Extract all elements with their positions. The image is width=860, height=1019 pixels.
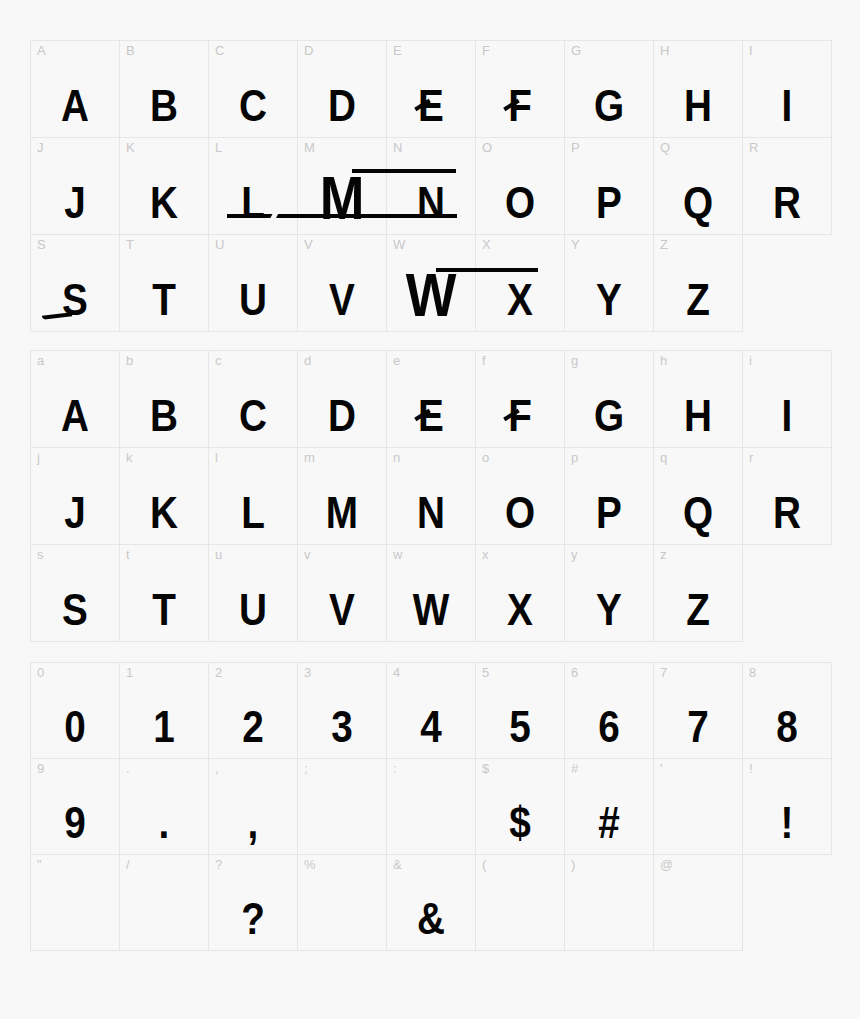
char-cell-,: ,, (209, 759, 298, 855)
cell-label: j (37, 451, 40, 465)
glyph-row: 99..,,;:$$##'!! (30, 759, 832, 855)
char-cell-%: % (298, 855, 387, 951)
glyph: N (392, 181, 469, 225)
glyph: 0 (36, 705, 113, 749)
char-cell-/: / (120, 855, 209, 951)
cell-label: 0 (37, 666, 44, 680)
cell-label: ! (749, 762, 753, 776)
char-cell-5: 55 (476, 663, 565, 759)
glyph: B (125, 394, 202, 438)
glyph: M (303, 491, 380, 535)
char-cell-6: 66 (565, 663, 654, 759)
glyph: Z (659, 588, 736, 632)
cell-label: 1 (126, 666, 133, 680)
char-cell-v: vV (298, 545, 387, 642)
cell-label: A (37, 44, 46, 58)
char-cell-1: 11 (120, 663, 209, 759)
glyph: Z (659, 278, 736, 322)
glyph: R (748, 181, 825, 225)
cell-label: F (482, 44, 490, 58)
glyph: ? (214, 897, 291, 941)
glyph: B (125, 84, 202, 128)
char-cell-B: BB (120, 41, 209, 138)
glyph: V (303, 278, 380, 322)
glyph: G (570, 84, 647, 128)
char-cell-y: yY (565, 545, 654, 642)
glyph: J (36, 491, 113, 535)
cell-label: Z (660, 238, 668, 252)
cell-label: f (482, 354, 486, 368)
char-cell-': ' (654, 759, 743, 855)
glyph: 5 (481, 705, 558, 749)
glyph: # (570, 801, 647, 845)
glyph: P (570, 491, 647, 535)
char-cell-3: 33 (298, 663, 387, 759)
cell-label: ? (215, 858, 222, 872)
char-cell-W: WW (387, 235, 476, 332)
char-cell-l: lL (209, 448, 298, 545)
glyph: 2 (214, 705, 291, 749)
uppercase-block: AABBCCDDEEFFGGHHIIJJKKLLMMNNOOPPQQRRSSTT… (30, 40, 832, 332)
char-cell-q: qQ (654, 448, 743, 545)
glyph: F (481, 84, 558, 128)
cell-label: c (215, 354, 222, 368)
numbers-punctuation-block: 00112233445566778899..,,;:$$##'!!"/??%&&… (30, 662, 832, 951)
cell-label: I (749, 44, 753, 58)
char-cell-f: fF (476, 351, 565, 448)
glyph-row: jJkKlLmMnNoOpPqQrR (30, 448, 832, 545)
cell-label: 7 (660, 666, 667, 680)
cell-label: d (304, 354, 311, 368)
cell-label: " (37, 858, 42, 872)
cell-label: # (571, 762, 578, 776)
char-cell-0: 00 (31, 663, 120, 759)
glyph: D (303, 394, 380, 438)
glyph: , (214, 801, 291, 845)
glyph: A (36, 394, 113, 438)
cell-label: m (304, 451, 315, 465)
glyph: K (125, 491, 202, 535)
cell-label: / (126, 858, 130, 872)
char-cell-i: iI (743, 351, 832, 448)
char-cell-E: EE (387, 41, 476, 138)
glyph: U (214, 278, 291, 322)
cell-label: N (393, 141, 402, 155)
cell-label: n (393, 451, 400, 465)
glyph: U (214, 588, 291, 632)
cell-label: O (482, 141, 492, 155)
glyph: X (481, 278, 558, 322)
cell-label: ; (304, 762, 308, 776)
glyph: & (392, 897, 469, 941)
cell-label: @ (660, 858, 673, 872)
char-cell-#: ## (565, 759, 654, 855)
cell-label: v (304, 548, 311, 562)
cell-label: 6 (571, 666, 578, 680)
char-cell-): ) (565, 855, 654, 951)
cell-label: 9 (37, 762, 44, 776)
lowercase-block: aAbBcCdDeEfFgGhHiIjJkKlLmMnNoOpPqQrRsStT… (30, 350, 832, 642)
char-cell-Y: YY (565, 235, 654, 332)
glyph: ! (748, 801, 825, 845)
char-cell-J: JJ (31, 138, 120, 235)
glyph-row: aAbBcCdDeEfFgGhHiI (30, 350, 832, 448)
cell-label: W (393, 238, 405, 252)
cell-label: T (126, 238, 134, 252)
glyph: $ (481, 801, 558, 845)
glyph: V (303, 588, 380, 632)
char-cell-!: !! (743, 759, 832, 855)
cell-label: p (571, 451, 578, 465)
char-cell-g: gG (565, 351, 654, 448)
ol-right-mark (352, 169, 387, 173)
cell-label: & (393, 858, 402, 872)
cell-label: B (126, 44, 135, 58)
glyph: A (36, 84, 113, 128)
glyph: E (392, 84, 469, 128)
cell-label: D (304, 44, 313, 58)
char-cell-": " (31, 855, 120, 951)
char-cell-P: PP (565, 138, 654, 235)
glyph: Y (570, 588, 647, 632)
glyph: X (481, 588, 558, 632)
glyph-row: sStTuUvVwWxXyYzZ (30, 545, 832, 642)
cell-label: w (393, 548, 402, 562)
char-cell-d: dD (298, 351, 387, 448)
char-cell-x: xX (476, 545, 565, 642)
cell-label: q (660, 451, 667, 465)
char-cell-G: GG (565, 41, 654, 138)
cell-label: x (482, 548, 489, 562)
char-cell-8: 88 (743, 663, 832, 759)
char-cell-a: aA (31, 351, 120, 448)
cell-label: G (571, 44, 581, 58)
glyph: R (748, 491, 825, 535)
cell-label: o (482, 451, 489, 465)
ol-w-mark (436, 268, 476, 272)
cell-label: 3 (304, 666, 311, 680)
char-cell-Q: QQ (654, 138, 743, 235)
cell-label: z (660, 548, 667, 562)
cell-label: h (660, 354, 667, 368)
cell-label: i (749, 354, 752, 368)
cell-label: . (126, 762, 130, 776)
char-cell-H: HH (654, 41, 743, 138)
char-cell-@: @ (654, 855, 743, 951)
char-cell-N: NN (387, 138, 476, 235)
glyph: D (303, 84, 380, 128)
char-cell-c: cC (209, 351, 298, 448)
glyph-row: "/??%&&()@ (30, 855, 832, 951)
char-cell-M: MM (298, 138, 387, 235)
cell-label: K (126, 141, 135, 155)
char-cell-?: ?? (209, 855, 298, 951)
glyph-row: AABBCCDDEEFFGGHHII (30, 40, 832, 138)
char-cell-u: uU (209, 545, 298, 642)
glyph: H (659, 84, 736, 128)
char-cell-h: hH (654, 351, 743, 448)
glyph: L (214, 491, 291, 535)
glyph: 1 (125, 705, 202, 749)
ol-left-mark (386, 169, 456, 173)
char-cell-;: ; (298, 759, 387, 855)
char-cell-I: II (743, 41, 832, 138)
char-cell-s: sS (31, 545, 120, 642)
cell-label: R (749, 141, 758, 155)
cell-label: , (215, 762, 219, 776)
glyph: C (214, 84, 291, 128)
char-cell-L: LL (209, 138, 298, 235)
glyph: K (125, 181, 202, 225)
cell-label: M (304, 141, 315, 155)
glyph: P (570, 181, 647, 225)
cell-label: X (482, 238, 491, 252)
cell-label: ( (482, 858, 486, 872)
cell-label: y (571, 548, 578, 562)
ul-left-mark (386, 214, 457, 218)
glyph: 3 (303, 705, 380, 749)
cell-label: : (393, 762, 397, 776)
glyph-row: JJKKLLMMNNOOPPQQRR (30, 138, 832, 235)
cell-label: J (37, 141, 44, 155)
glyph: I (748, 84, 825, 128)
glyph: M (303, 168, 380, 229)
glyph: I (748, 394, 825, 438)
cell-label: u (215, 548, 222, 562)
cell-label: 8 (749, 666, 756, 680)
char-cell-C: CC (209, 41, 298, 138)
char-cell-V: VV (298, 235, 387, 332)
cell-label: C (215, 44, 224, 58)
char-cell-A: AA (31, 41, 120, 138)
ul-right-mark (227, 214, 298, 218)
cell-label: ) (571, 858, 575, 872)
cell-label: 4 (393, 666, 400, 680)
char-cell-4: 44 (387, 663, 476, 759)
ol-x-mark (475, 268, 538, 272)
cell-label: % (304, 858, 316, 872)
glyph: G (570, 394, 647, 438)
char-cell-2: 22 (209, 663, 298, 759)
glyph: L (214, 181, 291, 225)
glyph: Q (659, 491, 736, 535)
glyph: 9 (36, 801, 113, 845)
cell-label: r (749, 451, 753, 465)
glyph: Y (570, 278, 647, 322)
char-cell-S: SS (31, 235, 120, 332)
char-cell-O: OO (476, 138, 565, 235)
glyph: . (125, 801, 202, 845)
char-cell-b: bB (120, 351, 209, 448)
cell-label: ' (660, 762, 662, 776)
char-cell-&: && (387, 855, 476, 951)
cell-label: E (393, 44, 402, 58)
glyph: E (392, 394, 469, 438)
glyph: 8 (748, 705, 825, 749)
cell-label: k (126, 451, 133, 465)
glyph: N (392, 491, 469, 535)
cell-label: l (215, 451, 218, 465)
glyph: H (659, 394, 736, 438)
char-cell-$: $$ (476, 759, 565, 855)
cell-label: Y (571, 238, 580, 252)
cell-label: H (660, 44, 669, 58)
cell-label: $ (482, 762, 489, 776)
char-cell-n: nN (387, 448, 476, 545)
char-cell-T: TT (120, 235, 209, 332)
char-cell-:: : (387, 759, 476, 855)
char-cell-e: eE (387, 351, 476, 448)
cell-label: Q (660, 141, 670, 155)
glyph: Q (659, 181, 736, 225)
glyph: W (392, 588, 469, 632)
char-cell-o: oO (476, 448, 565, 545)
glyph: 4 (392, 705, 469, 749)
cell-label: V (304, 238, 313, 252)
cell-label: e (393, 354, 400, 368)
glyph: T (125, 588, 202, 632)
char-cell-7: 77 (654, 663, 743, 759)
char-cell-D: DD (298, 41, 387, 138)
char-cell-p: pP (565, 448, 654, 545)
glyph: 6 (570, 705, 647, 749)
char-cell-j: jJ (31, 448, 120, 545)
glyph-row: SSTTUUVVWWXXYYZZ (30, 235, 832, 332)
cell-label: 5 (482, 666, 489, 680)
char-cell-k: kK (120, 448, 209, 545)
glyph: W (392, 265, 469, 326)
char-cell-t: tT (120, 545, 209, 642)
cell-label: t (126, 548, 130, 562)
cell-label: P (571, 141, 580, 155)
glyph: S (36, 588, 113, 632)
cell-label: L (215, 141, 222, 155)
cell-label: a (37, 354, 44, 368)
char-cell-R: RR (743, 138, 832, 235)
char-cell-z: zZ (654, 545, 743, 642)
char-cell-m: mM (298, 448, 387, 545)
cell-label: S (37, 238, 46, 252)
char-cell-Z: ZZ (654, 235, 743, 332)
cell-label: U (215, 238, 224, 252)
char-cell-X: XX (476, 235, 565, 332)
glyph: J (36, 181, 113, 225)
char-cell-K: KK (120, 138, 209, 235)
glyph: C (214, 394, 291, 438)
char-cell-9: 99 (31, 759, 120, 855)
cell-label: 2 (215, 666, 222, 680)
cell-label: s (37, 548, 44, 562)
char-cell-(: ( (476, 855, 565, 951)
char-cell-.: .. (120, 759, 209, 855)
ul-full-mark (297, 214, 387, 218)
char-cell-r: rR (743, 448, 832, 545)
cell-label: b (126, 354, 133, 368)
glyph: T (125, 278, 202, 322)
char-cell-F: FF (476, 41, 565, 138)
glyph: F (481, 394, 558, 438)
char-cell-w: wW (387, 545, 476, 642)
glyph: 7 (659, 705, 736, 749)
cell-label: g (571, 354, 578, 368)
glyph: O (481, 491, 558, 535)
glyph-row: 001122334455667788 (30, 662, 832, 759)
glyph: O (481, 181, 558, 225)
char-cell-U: UU (209, 235, 298, 332)
